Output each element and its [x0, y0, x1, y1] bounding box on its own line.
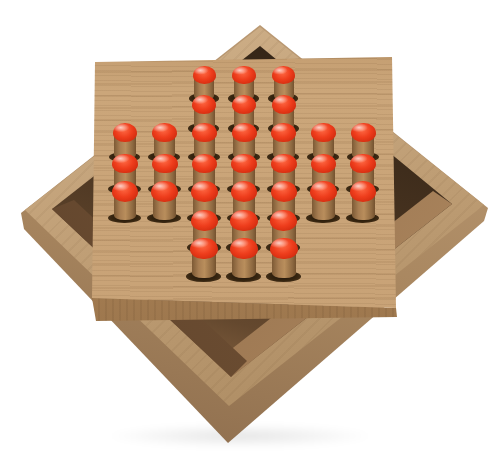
peg-red-cap: [311, 154, 337, 174]
peg-red-cap: [232, 66, 255, 84]
peg-red-cap: [272, 95, 296, 114]
peg-r6c2[interactable]: [185, 238, 223, 289]
peg-red-cap: [351, 123, 376, 142]
peg-r4c5[interactable]: [305, 181, 342, 230]
peg-red-cap: [271, 123, 296, 142]
peg-red-cap: [311, 123, 336, 142]
peg-red-cap: [230, 210, 257, 231]
peg-red-cap: [191, 210, 218, 231]
peg-solitaire-product-scene: [0, 0, 500, 458]
peg-r6c3[interactable]: [225, 238, 263, 289]
peg-r4c6[interactable]: [345, 181, 382, 230]
peg-red-cap: [270, 238, 298, 260]
peg-red-cap: [113, 123, 138, 142]
peg-red-cap: [270, 210, 297, 231]
peg-red-cap: [192, 154, 218, 174]
peg-red-cap: [231, 181, 258, 201]
peg-red-cap: [271, 154, 297, 174]
peg-red-cap: [193, 66, 216, 84]
peg-red-cap: [350, 154, 376, 174]
peg-red-cap: [232, 123, 257, 142]
peg-r4c1[interactable]: [146, 181, 183, 230]
peg-red-cap: [191, 181, 218, 201]
peg-red-cap: [112, 181, 139, 201]
peg-red-cap: [350, 181, 377, 201]
peg-r6c4[interactable]: [265, 238, 303, 289]
peg-red-cap: [112, 154, 138, 174]
pegs-layer: [0, 0, 500, 458]
peg-red-cap: [271, 181, 298, 201]
peg-red-cap: [151, 181, 178, 201]
peg-red-cap: [230, 238, 258, 260]
peg-red-cap: [310, 181, 337, 201]
peg-r4c0[interactable]: [107, 181, 144, 230]
peg-red-cap: [232, 95, 256, 114]
peg-red-cap: [231, 154, 257, 174]
peg-red-cap: [152, 154, 178, 174]
peg-red-cap: [152, 123, 177, 142]
peg-red-cap: [192, 123, 217, 142]
peg-red-cap: [192, 95, 216, 114]
